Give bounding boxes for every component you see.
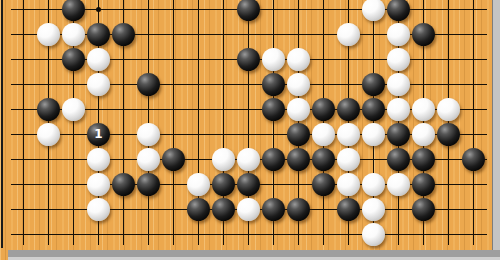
black-stone [412,148,435,171]
black-stone [37,98,60,121]
white-stone [387,173,410,196]
white-stone [212,148,235,171]
white-stone [362,123,385,146]
black-stone [62,0,85,21]
grid-line-horizontal [11,84,487,85]
white-stone [387,48,410,71]
white-stone [387,73,410,96]
black-stone [412,173,435,196]
black-stone [187,198,210,221]
white-stone [87,173,110,196]
white-stone [287,73,310,96]
black-stone [412,23,435,46]
black-stone [212,198,235,221]
black-stone [337,198,360,221]
white-stone [287,48,310,71]
white-stone [362,0,385,21]
black-stone [237,48,260,71]
black-stone [337,98,360,121]
board-left-frame-line [1,0,3,248]
move-number-label: 1 [87,123,110,146]
black-stone [87,23,110,46]
black-stone [112,173,135,196]
black-stone [312,98,335,121]
white-stone [337,173,360,196]
go-app-window: 1 [0,0,500,260]
black-stone [287,148,310,171]
black-stone: 1 [87,123,110,146]
black-stone [237,173,260,196]
black-stone [312,148,335,171]
white-stone [87,148,110,171]
black-stone [437,123,460,146]
black-stone [137,173,160,196]
black-stone [262,198,285,221]
white-stone [362,198,385,221]
black-stone [362,98,385,121]
white-stone [412,123,435,146]
black-stone [287,198,310,221]
black-stone [387,148,410,171]
white-stone [237,148,260,171]
black-stone [412,198,435,221]
black-stone [362,73,385,96]
black-stone [262,73,285,96]
black-stone [137,73,160,96]
black-stone [212,173,235,196]
white-stone [337,148,360,171]
black-stone [262,148,285,171]
white-stone [412,98,435,121]
black-stone [62,48,85,71]
black-stone [387,0,410,21]
black-stone [312,173,335,196]
white-stone [87,48,110,71]
grid-line-horizontal [11,234,487,235]
star-point [96,7,101,12]
white-stone [62,23,85,46]
white-stone [62,98,85,121]
white-stone [437,98,460,121]
white-stone [187,173,210,196]
black-stone [112,23,135,46]
white-stone [262,48,285,71]
black-stone [162,148,185,171]
white-stone [137,123,160,146]
white-stone [37,23,60,46]
white-stone [312,123,335,146]
white-stone [87,73,110,96]
white-stone [237,198,260,221]
white-stone [387,23,410,46]
white-stone [137,148,160,171]
black-stone [262,98,285,121]
white-stone [387,98,410,121]
black-stone [237,0,260,21]
white-stone [362,173,385,196]
white-stone [87,198,110,221]
black-stone [387,123,410,146]
black-stone [462,148,485,171]
white-stone [287,98,310,121]
window-right-border [492,0,500,260]
white-stone [337,123,360,146]
black-stone [287,123,310,146]
white-stone [362,223,385,246]
white-stone [337,23,360,46]
white-stone [37,123,60,146]
